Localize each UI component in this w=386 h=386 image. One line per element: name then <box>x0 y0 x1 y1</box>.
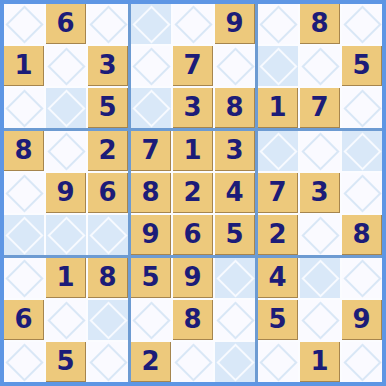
cell-r3c2[interactable] <box>46 88 86 128</box>
given-digit: 4 <box>225 179 243 205</box>
cell-r5c9[interactable] <box>342 173 382 213</box>
cell-r7c6[interactable] <box>215 258 255 298</box>
sudoku-app: 6981375538178271396824739652818594685952… <box>0 0 386 386</box>
cell-r9c9[interactable] <box>342 342 382 382</box>
cell-r4c6: 3 <box>215 131 255 171</box>
cell-r7c8[interactable] <box>300 258 340 298</box>
given-digit: 9 <box>225 10 243 36</box>
cell-r6c1[interactable] <box>4 215 44 255</box>
cell-r9c3[interactable] <box>88 342 128 382</box>
given-digit: 5 <box>225 221 243 247</box>
given-digit: 9 <box>352 306 370 332</box>
cell-r5c4: 8 <box>131 173 171 213</box>
cell-r2c2[interactable] <box>46 46 86 86</box>
cell-r9c8: 1 <box>300 342 340 382</box>
given-digit: 8 <box>14 137 32 163</box>
given-digit: 1 <box>14 52 32 78</box>
given-digit: 2 <box>141 348 159 374</box>
given-digit: 3 <box>225 137 243 163</box>
cell-r7c9[interactable] <box>342 258 382 298</box>
cell-r4c5: 1 <box>173 131 213 171</box>
given-digit: 1 <box>268 94 286 120</box>
cell-r2c5: 7 <box>173 46 213 86</box>
cell-r7c7: 4 <box>258 258 298 298</box>
cell-r7c2: 1 <box>46 258 86 298</box>
cell-r6c6: 5 <box>215 215 255 255</box>
given-digit: 1 <box>183 137 201 163</box>
given-digit: 1 <box>56 264 74 290</box>
cell-r8c6[interactable] <box>215 300 255 340</box>
cell-r2c9: 5 <box>342 46 382 86</box>
cell-r1c9[interactable] <box>342 4 382 44</box>
given-digit: 6 <box>183 221 201 247</box>
cell-r7c3: 8 <box>88 258 128 298</box>
cell-r4c2[interactable] <box>46 131 86 171</box>
cell-r6c4: 9 <box>131 215 171 255</box>
cell-r8c3[interactable] <box>88 300 128 340</box>
given-digit: 8 <box>310 10 328 36</box>
given-digit: 8 <box>225 94 243 120</box>
given-digit: 7 <box>141 137 159 163</box>
cell-r1c1[interactable] <box>4 4 44 44</box>
cell-r3c3: 5 <box>88 88 128 128</box>
cell-r7c1[interactable] <box>4 258 44 298</box>
given-digit: 2 <box>183 179 201 205</box>
cell-r6c7: 2 <box>258 215 298 255</box>
given-digit: 5 <box>141 264 159 290</box>
cell-r1c8: 8 <box>300 4 340 44</box>
given-digit: 3 <box>183 94 201 120</box>
given-digit: 4 <box>268 264 286 290</box>
cell-r9c6[interactable] <box>215 342 255 382</box>
cell-r8c2[interactable] <box>46 300 86 340</box>
cell-r9c4: 2 <box>131 342 171 382</box>
cell-r1c3[interactable] <box>88 4 128 44</box>
cell-r2c6[interactable] <box>215 46 255 86</box>
cell-r6c5: 6 <box>173 215 213 255</box>
given-digit: 5 <box>56 348 74 374</box>
cell-r1c6: 9 <box>215 4 255 44</box>
cell-r8c4[interactable] <box>131 300 171 340</box>
cell-r9c5[interactable] <box>173 342 213 382</box>
given-digit: 3 <box>98 52 116 78</box>
cell-r7c5: 9 <box>173 258 213 298</box>
given-digit: 8 <box>183 306 201 332</box>
cell-r8c9: 9 <box>342 300 382 340</box>
cell-r6c3[interactable] <box>88 215 128 255</box>
cell-r3c7: 1 <box>258 88 298 128</box>
cell-r3c6: 8 <box>215 88 255 128</box>
given-digit: 9 <box>183 264 201 290</box>
given-digit: 2 <box>98 137 116 163</box>
given-digit: 7 <box>268 179 286 205</box>
cell-r9c1[interactable] <box>4 342 44 382</box>
given-digit: 7 <box>310 94 328 120</box>
cell-r4c3: 2 <box>88 131 128 171</box>
cell-r1c7[interactable] <box>258 4 298 44</box>
cell-r5c5: 2 <box>173 173 213 213</box>
cell-r6c8[interactable] <box>300 215 340 255</box>
cell-r1c4[interactable] <box>131 4 171 44</box>
given-digit: 7 <box>183 52 201 78</box>
cell-r3c9[interactable] <box>342 88 382 128</box>
given-digit: 6 <box>98 179 116 205</box>
cell-r2c1: 1 <box>4 46 44 86</box>
cell-r2c4[interactable] <box>131 46 171 86</box>
given-digit: 8 <box>352 221 370 247</box>
cell-r7c4: 5 <box>131 258 171 298</box>
given-digit: 1 <box>310 348 328 374</box>
given-digit: 2 <box>268 221 286 247</box>
given-digit: 5 <box>98 94 116 120</box>
cell-r2c3: 3 <box>88 46 128 86</box>
given-digit: 3 <box>310 179 328 205</box>
cell-r4c1: 8 <box>4 131 44 171</box>
cell-r8c7: 5 <box>258 300 298 340</box>
cell-r1c5[interactable] <box>173 4 213 44</box>
cell-r4c9[interactable] <box>342 131 382 171</box>
given-digit: 9 <box>56 179 74 205</box>
cell-r5c7: 7 <box>258 173 298 213</box>
given-digit: 5 <box>352 52 370 78</box>
cell-r8c5: 8 <box>173 300 213 340</box>
given-digit: 8 <box>98 264 116 290</box>
cell-r6c9: 8 <box>342 215 382 255</box>
cell-r3c4[interactable] <box>131 88 171 128</box>
cell-r5c8: 3 <box>300 173 340 213</box>
cell-r3c8: 7 <box>300 88 340 128</box>
cell-r1c2: 6 <box>46 4 86 44</box>
cell-r5c6: 4 <box>215 173 255 213</box>
cell-r5c2: 9 <box>46 173 86 213</box>
cell-r2c7[interactable] <box>258 46 298 86</box>
cell-r4c4: 7 <box>131 131 171 171</box>
cell-r5c3: 6 <box>88 173 128 213</box>
cell-r4c8[interactable] <box>300 131 340 171</box>
cell-r3c1[interactable] <box>4 88 44 128</box>
given-digit: 5 <box>268 306 286 332</box>
cell-r4c7[interactable] <box>258 131 298 171</box>
given-digit: 6 <box>56 10 74 36</box>
given-digit: 9 <box>141 221 159 247</box>
cell-r8c8[interactable] <box>300 300 340 340</box>
cell-r8c1: 6 <box>4 300 44 340</box>
sudoku-board: 6981375538178271396824739652818594685952… <box>0 0 386 386</box>
given-digit: 8 <box>141 179 159 205</box>
cell-r3c5: 3 <box>173 88 213 128</box>
cell-r9c7[interactable] <box>258 342 298 382</box>
cell-r9c2: 5 <box>46 342 86 382</box>
cell-r5c1[interactable] <box>4 173 44 213</box>
cell-r2c8[interactable] <box>300 46 340 86</box>
cell-r6c2[interactable] <box>46 215 86 255</box>
given-digit: 6 <box>14 306 32 332</box>
